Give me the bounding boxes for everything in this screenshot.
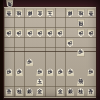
shogi-piece-gote[interactable]: 歩 <box>46 29 54 37</box>
shogi-piece-sente[interactable]: 銀 <box>26 88 34 96</box>
table-surface: 香桂銀金玉銀桂香飛歩歩歩歩歩歩歩歩歩歩歩歩歩歩歩歩歩歩玉飛香桂銀金金銀桂香 角 <box>0 0 100 100</box>
square-c5-r3: 歩 <box>46 29 54 37</box>
square-c8-r5: 歩 <box>77 48 85 56</box>
square-c8-r2: 飛 <box>77 19 85 27</box>
shogi-piece-sente[interactable]: 歩 <box>26 58 34 66</box>
shogi-piece-gote[interactable]: 歩 <box>36 29 44 37</box>
square-c8-r3: 歩 <box>77 29 85 37</box>
square-c2-r3: 歩 <box>15 29 23 37</box>
shogi-piece-sente[interactable]: 桂 <box>77 88 85 96</box>
square-c6-r3: 歩 <box>56 29 64 37</box>
square-c9-r1: 香 <box>87 9 95 17</box>
square-c8-r8: 飛 <box>77 78 85 86</box>
gote-komadai: 角 <box>6 0 14 8</box>
square-c7-r9: 銀 <box>66 88 74 96</box>
shogi-piece-gote[interactable]: 歩 <box>56 29 64 37</box>
shogi-piece-sente[interactable]: 歩 <box>56 68 64 76</box>
shogi-piece-gote[interactable]: 飛 <box>77 19 85 27</box>
square-c2-r7: 歩 <box>15 68 23 76</box>
square-c6-r7: 歩 <box>56 68 64 76</box>
square-c2-r9: 桂 <box>15 88 23 96</box>
shogi-piece-gote[interactable]: 桂 <box>77 9 85 17</box>
shogi-piece-gote[interactable]: 玉 <box>46 9 54 17</box>
shogi-piece-gote[interactable]: 銀 <box>66 9 74 17</box>
shogi-piece-sente[interactable]: 飛 <box>77 78 85 86</box>
shogi-piece-gote[interactable]: 歩 <box>77 29 85 37</box>
square-c5-r7: 歩 <box>46 68 54 76</box>
square-c7-r1: 銀 <box>66 9 74 17</box>
square-c9-r7: 歩 <box>87 68 95 76</box>
square-c4-r1: 金 <box>36 9 44 17</box>
shogi-piece-gote[interactable]: 香 <box>87 9 95 17</box>
shogi-piece-sente[interactable]: 歩 <box>46 68 54 76</box>
shogi-board[interactable]: 香桂銀金玉銀桂香飛歩歩歩歩歩歩歩歩歩歩歩歩歩歩歩歩歩歩玉飛香桂銀金金銀桂香 <box>4 7 96 98</box>
square-c5-r1: 玉 <box>46 9 54 17</box>
shogi-piece-gote[interactable]: 銀 <box>26 9 34 17</box>
shogi-piece-gote[interactable]: 金 <box>36 9 44 17</box>
shogi-piece-sente[interactable]: 歩 <box>87 68 95 76</box>
shogi-piece-sente[interactable]: 歩 <box>66 68 74 76</box>
square-c3-r6: 歩 <box>26 58 34 66</box>
shogi-piece-sente[interactable]: 金 <box>36 88 44 96</box>
square-c7-r7: 歩 <box>66 68 74 76</box>
shogi-piece-gote[interactable]: 歩 <box>26 29 34 37</box>
square-c8-r1: 桂 <box>77 9 85 17</box>
square-c7-r4: 歩 <box>66 39 74 47</box>
shogi-piece-gote[interactable]: 歩 <box>87 29 95 37</box>
shogi-piece-sente[interactable]: 歩 <box>15 68 23 76</box>
square-c4-r8: 玉 <box>36 78 44 86</box>
square-c1-r3: 歩 <box>5 29 13 37</box>
shogi-piece-gote[interactable]: 歩 <box>15 29 23 37</box>
shogi-piece-sente[interactable]: 香 <box>87 88 95 96</box>
square-c9-r9: 香 <box>87 88 95 96</box>
square-c3-r9: 銀 <box>26 88 34 96</box>
square-c2-r1: 桂 <box>15 9 23 17</box>
shogi-piece-gote[interactable]: 香 <box>5 9 13 17</box>
square-c1-r1: 香 <box>5 9 13 17</box>
square-c3-r3: 歩 <box>26 29 34 37</box>
square-c4-r3: 歩 <box>36 29 44 37</box>
shogi-piece-sente[interactable]: 金 <box>56 88 64 96</box>
shogi-piece-gote[interactable]: 歩 <box>5 29 13 37</box>
shogi-piece-sente[interactable]: 歩 <box>5 68 13 76</box>
square-c1-r9: 香 <box>5 88 13 96</box>
square-c8-r9: 桂 <box>77 88 85 96</box>
square-c4-r7: 歩 <box>36 68 44 76</box>
shogi-piece-sente[interactable]: 玉 <box>36 78 44 86</box>
square-c3-r1: 銀 <box>26 9 34 17</box>
square-c6-r9: 金 <box>56 88 64 96</box>
square-c4-r9: 金 <box>36 88 44 96</box>
shogi-piece-sente[interactable]: 銀 <box>66 88 74 96</box>
shogi-piece-sente[interactable]: 歩 <box>77 48 85 56</box>
square-c9-r3: 歩 <box>87 29 95 37</box>
shogi-piece-sente[interactable]: 桂 <box>15 88 23 96</box>
shogi-piece-gote[interactable]: 歩 <box>66 39 74 47</box>
shogi-piece-gote[interactable]: 桂 <box>15 9 23 17</box>
shogi-piece-sente[interactable]: 香 <box>5 88 13 96</box>
komadai-piece-bishop[interactable]: 角 <box>6 0 14 8</box>
square-c1-r7: 歩 <box>5 68 13 76</box>
shogi-piece-sente[interactable]: 歩 <box>36 68 44 76</box>
